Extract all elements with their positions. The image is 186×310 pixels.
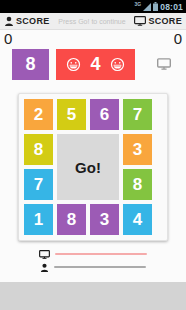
score-header: SCORE Press Go! to continue SCORE [0,13,186,30]
grid-tile[interactable]: 8 [123,169,152,200]
grid-tile[interactable]: 3 [123,134,152,165]
monitor-icon [134,16,146,26]
grid-tile[interactable]: 6 [90,99,119,130]
person-icon [40,263,49,272]
grinning-face-icon [66,57,81,72]
grid-tile[interactable]: 3 [90,204,119,235]
computer-score-label: SCORE [148,16,182,26]
clock: 08:01 [160,2,183,12]
signal-strength-icon [143,3,151,11]
player-progress-line [54,266,146,268]
grid-tile[interactable]: 8 [57,204,86,235]
app-screen: 3G 08:01 SCORE Press Go! to continue SCO… [0,0,186,310]
game-grid: Go! 256783781834 [24,99,162,235]
target-value: 4 [90,54,100,75]
grinning-face-icon [110,57,125,72]
progress-section [0,249,186,272]
monitor-icon [39,250,50,259]
status-bar: 3G 08:01 [0,0,186,13]
game-board-card: Go! 256783781834 [18,93,168,241]
status-message: Press Go! to continue [58,18,125,25]
computer-score-value: 0 [174,30,182,47]
computer-progress-row [39,249,147,259]
player-score-label: SCORE [16,16,50,26]
grid-tile[interactable]: 7 [123,99,152,130]
grid-tile[interactable]: 7 [24,169,53,200]
bottom-ad-band [0,282,186,310]
battery-icon [153,2,158,11]
player-progress-row [40,262,146,272]
score-values: 0 0 [0,30,186,47]
preview-target-tile: 4 [56,49,135,80]
grid-tile[interactable]: 2 [24,99,53,130]
grid-tile[interactable]: 4 [123,204,152,235]
player-score-header: SCORE [4,16,50,26]
preview-left-tile: 8 [12,49,49,80]
grid-tile[interactable]: 1 [24,204,53,235]
target-row: 8 4 [0,49,186,80]
grid-tile[interactable]: 5 [57,99,86,130]
go-button[interactable]: Go! [57,134,119,200]
computer-score-header: SCORE [134,16,182,26]
preview-left-value: 8 [25,54,35,75]
computer-progress-line [55,253,147,255]
player-score-value: 0 [4,30,12,47]
person-icon [4,16,14,26]
network-type-label: 3G [135,1,142,7]
grid-tile[interactable]: 8 [24,134,53,165]
computer-turn-monitor-icon [157,58,171,70]
